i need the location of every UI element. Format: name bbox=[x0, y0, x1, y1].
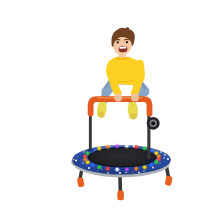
led-light bbox=[125, 168, 128, 171]
pad-speckle bbox=[133, 172, 134, 173]
led-light bbox=[125, 145, 128, 148]
led-light bbox=[155, 161, 158, 164]
led-light bbox=[135, 145, 138, 148]
pad-speckle bbox=[163, 157, 165, 159]
pad-speckle bbox=[167, 158, 169, 160]
led-light bbox=[106, 167, 109, 170]
pad-speckle bbox=[88, 167, 90, 169]
pad-speckle bbox=[82, 162, 84, 164]
led-light bbox=[98, 147, 101, 150]
led-light bbox=[143, 166, 146, 169]
pole-right-mount bbox=[145, 159, 153, 162]
eye-left bbox=[117, 41, 119, 43]
pole-left-mount bbox=[87, 149, 94, 151]
pad-speckle bbox=[164, 154, 166, 156]
pad-speckle bbox=[160, 151, 162, 153]
pad-speckle bbox=[107, 172, 109, 174]
pole-left bbox=[89, 111, 92, 151]
knob-center bbox=[151, 121, 155, 125]
led-light bbox=[106, 145, 109, 148]
pad-speckle bbox=[102, 169, 103, 170]
pad-speckle bbox=[75, 159, 77, 161]
adjustment-knob bbox=[147, 117, 160, 130]
eye-right bbox=[126, 41, 128, 43]
pad-speckle bbox=[78, 157, 79, 158]
trampoline-product-photo bbox=[40, 16, 204, 216]
led-light bbox=[91, 164, 94, 167]
leg-center-foot-cap bbox=[117, 191, 124, 201]
led-light bbox=[116, 168, 119, 171]
led-light bbox=[116, 145, 119, 148]
led-light bbox=[135, 167, 138, 170]
pad-speckle bbox=[119, 172, 121, 174]
scene-canvas bbox=[40, 16, 204, 216]
pad-speckle bbox=[73, 159, 75, 161]
pad-speckle bbox=[138, 171, 140, 173]
pad-speckle bbox=[125, 172, 127, 174]
led-light bbox=[143, 147, 146, 150]
led-light bbox=[150, 164, 153, 167]
nose bbox=[122, 44, 123, 46]
teeth bbox=[119, 46, 126, 48]
pad-speckle bbox=[98, 171, 99, 172]
pad-speckle bbox=[160, 163, 161, 164]
led-light bbox=[86, 152, 89, 155]
led-light bbox=[157, 155, 160, 158]
pad-speckle bbox=[83, 151, 85, 153]
pad-speckle bbox=[143, 170, 145, 172]
led-light bbox=[150, 149, 153, 152]
led-light bbox=[98, 166, 101, 169]
